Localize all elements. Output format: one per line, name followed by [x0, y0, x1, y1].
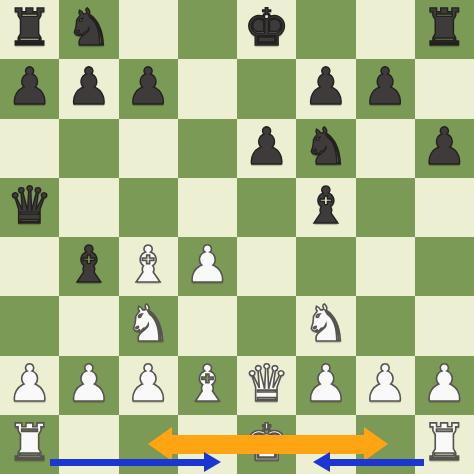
- square-d4[interactable]: ♟: [178, 237, 237, 296]
- square-g4[interactable]: [356, 237, 415, 296]
- white-pawn-g2[interactable]: ♟: [362, 358, 408, 409]
- square-e7[interactable]: [237, 59, 296, 118]
- square-d2[interactable]: ♝: [178, 356, 237, 415]
- square-a4[interactable]: [0, 237, 59, 296]
- square-d7[interactable]: [178, 59, 237, 118]
- square-d8[interactable]: [178, 0, 237, 59]
- square-f3[interactable]: ♞: [296, 296, 355, 355]
- square-g5[interactable]: [356, 178, 415, 237]
- square-e8[interactable]: ♚: [237, 0, 296, 59]
- black-knight-b8[interactable]: ♞: [66, 2, 112, 53]
- square-e4[interactable]: [237, 237, 296, 296]
- square-h2[interactable]: ♟: [415, 356, 474, 415]
- square-d5[interactable]: [178, 178, 237, 237]
- square-b4[interactable]: ♝: [59, 237, 118, 296]
- square-f8[interactable]: [296, 0, 355, 59]
- black-rook-h8[interactable]: ♜: [422, 2, 468, 53]
- square-b7[interactable]: ♟: [59, 59, 118, 118]
- black-knight-f6[interactable]: ♞: [303, 121, 349, 172]
- square-h3[interactable]: [415, 296, 474, 355]
- white-pawn-h2[interactable]: ♟: [422, 358, 468, 409]
- white-bishop-d2[interactable]: ♝: [185, 358, 231, 409]
- square-c8[interactable]: [119, 0, 178, 59]
- square-g3[interactable]: [356, 296, 415, 355]
- square-f6[interactable]: ♞: [296, 119, 355, 178]
- square-e6[interactable]: ♟: [237, 119, 296, 178]
- square-g1[interactable]: [356, 415, 415, 474]
- square-a7[interactable]: ♟: [0, 59, 59, 118]
- black-pawn-g7[interactable]: ♟: [362, 61, 408, 112]
- square-b3[interactable]: [59, 296, 118, 355]
- square-a5[interactable]: ♛: [0, 178, 59, 237]
- white-rook-a1[interactable]: ♜: [7, 417, 53, 468]
- black-pawn-f7[interactable]: ♟: [303, 61, 349, 112]
- white-bishop-c4[interactable]: ♝: [125, 239, 171, 290]
- chess-board: ♜♞♚♜♟♟♟♟♟♟♞♟♛♝♝♝♟♞♞♟♟♟♝♛♟♟♟♜♚♜: [0, 0, 474, 474]
- black-pawn-c7[interactable]: ♟: [125, 61, 171, 112]
- square-d1[interactable]: [178, 415, 237, 474]
- white-rook-h1[interactable]: ♜: [422, 417, 468, 468]
- square-g7[interactable]: ♟: [356, 59, 415, 118]
- black-bishop-b4[interactable]: ♝: [66, 239, 112, 290]
- square-b2[interactable]: ♟: [59, 356, 118, 415]
- square-a2[interactable]: ♟: [0, 356, 59, 415]
- square-a3[interactable]: [0, 296, 59, 355]
- black-bishop-f5[interactable]: ♝: [303, 180, 349, 231]
- square-h4[interactable]: [415, 237, 474, 296]
- white-king-e1[interactable]: ♚: [244, 417, 290, 468]
- black-pawn-e6[interactable]: ♟: [244, 121, 290, 172]
- white-pawn-d4[interactable]: ♟: [185, 239, 231, 290]
- black-pawn-b7[interactable]: ♟: [66, 61, 112, 112]
- square-f2[interactable]: ♟: [296, 356, 355, 415]
- square-h1[interactable]: ♜: [415, 415, 474, 474]
- square-g2[interactable]: ♟: [356, 356, 415, 415]
- square-a8[interactable]: ♜: [0, 0, 59, 59]
- square-c7[interactable]: ♟: [119, 59, 178, 118]
- square-c5[interactable]: [119, 178, 178, 237]
- square-d6[interactable]: [178, 119, 237, 178]
- white-knight-f3[interactable]: ♞: [303, 298, 349, 349]
- square-c6[interactable]: [119, 119, 178, 178]
- square-h7[interactable]: [415, 59, 474, 118]
- square-h6[interactable]: ♟: [415, 119, 474, 178]
- square-f5[interactable]: ♝: [296, 178, 355, 237]
- white-pawn-f2[interactable]: ♟: [303, 358, 349, 409]
- square-e1[interactable]: ♚: [237, 415, 296, 474]
- square-d3[interactable]: [178, 296, 237, 355]
- white-pawn-c2[interactable]: ♟: [125, 358, 171, 409]
- white-queen-e2[interactable]: ♛: [244, 358, 290, 409]
- square-a6[interactable]: [0, 119, 59, 178]
- white-pawn-a2[interactable]: ♟: [7, 358, 53, 409]
- square-b5[interactable]: [59, 178, 118, 237]
- white-pawn-b2[interactable]: ♟: [66, 358, 112, 409]
- square-c2[interactable]: ♟: [119, 356, 178, 415]
- square-c4[interactable]: ♝: [119, 237, 178, 296]
- board-grid: ♜♞♚♜♟♟♟♟♟♟♞♟♛♝♝♝♟♞♞♟♟♟♝♛♟♟♟♜♚♜: [0, 0, 474, 474]
- square-b6[interactable]: [59, 119, 118, 178]
- square-b1[interactable]: [59, 415, 118, 474]
- square-e2[interactable]: ♛: [237, 356, 296, 415]
- black-pawn-a7[interactable]: ♟: [7, 61, 53, 112]
- black-queen-a5[interactable]: ♛: [7, 180, 53, 231]
- square-f7[interactable]: ♟: [296, 59, 355, 118]
- square-c1[interactable]: [119, 415, 178, 474]
- square-g6[interactable]: [356, 119, 415, 178]
- square-e5[interactable]: [237, 178, 296, 237]
- square-h5[interactable]: [415, 178, 474, 237]
- black-pawn-h6[interactable]: ♟: [422, 121, 468, 172]
- white-knight-c3[interactable]: ♞: [125, 298, 171, 349]
- square-f1[interactable]: [296, 415, 355, 474]
- black-king-e8[interactable]: ♚: [244, 2, 290, 53]
- square-b8[interactable]: ♞: [59, 0, 118, 59]
- square-f4[interactable]: [296, 237, 355, 296]
- square-a1[interactable]: ♜: [0, 415, 59, 474]
- black-rook-a8[interactable]: ♜: [7, 2, 53, 53]
- square-h8[interactable]: ♜: [415, 0, 474, 59]
- square-e3[interactable]: [237, 296, 296, 355]
- square-g8[interactable]: [356, 0, 415, 59]
- square-c3[interactable]: ♞: [119, 296, 178, 355]
